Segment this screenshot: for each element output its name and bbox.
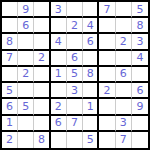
- cell-r8c9-empty[interactable]: [132, 116, 148, 132]
- cell-r4c7-empty[interactable]: [99, 51, 115, 67]
- cell-r8c4-given-6[interactable]: 6: [51, 116, 67, 132]
- cell-r8c6-empty[interactable]: [83, 116, 99, 132]
- cell-r3c2-empty[interactable]: [18, 34, 34, 50]
- cell-r9c4-empty[interactable]: [51, 132, 67, 148]
- cell-r3c8-given-2[interactable]: 2: [116, 34, 132, 50]
- cell-r9c1-given-2[interactable]: 2: [2, 132, 18, 148]
- cell-r7c2-given-5[interactable]: 5: [18, 99, 34, 115]
- cell-r1c3-empty[interactable]: [34, 2, 50, 18]
- cell-r4c5-given-6[interactable]: 6: [67, 51, 83, 67]
- cell-r2c4-empty[interactable]: [51, 18, 67, 34]
- cell-r2c8-empty[interactable]: [116, 18, 132, 34]
- cell-r7c1-given-6[interactable]: 6: [2, 99, 18, 115]
- cell-r6c4-empty[interactable]: [51, 83, 67, 99]
- cell-r9c3-given-8[interactable]: 8: [34, 132, 50, 148]
- cell-r3c1-given-8[interactable]: 8: [2, 34, 18, 50]
- cell-r2c9-given-8[interactable]: 8: [132, 18, 148, 34]
- cell-r5c7-empty[interactable]: [99, 67, 115, 83]
- cell-r7c7-empty[interactable]: [99, 99, 115, 115]
- cell-r5c5-given-5[interactable]: 5: [67, 67, 83, 83]
- cell-r2c2-given-6[interactable]: 6: [18, 18, 34, 34]
- cell-r6c3-empty[interactable]: [34, 83, 50, 99]
- cell-r9c8-given-7[interactable]: 7: [116, 132, 132, 148]
- cell-r1c4-given-3[interactable]: 3: [51, 2, 67, 18]
- cell-r7c4-given-2[interactable]: 2: [51, 99, 67, 115]
- cell-r7c3-empty[interactable]: [34, 99, 50, 115]
- cell-r1c6-empty[interactable]: [83, 2, 99, 18]
- cell-r3c3-empty[interactable]: [34, 34, 50, 50]
- cell-r2c1-empty[interactable]: [2, 18, 18, 34]
- cell-r1c5-empty[interactable]: [67, 2, 83, 18]
- cell-r3c4-given-4[interactable]: 4: [51, 34, 67, 50]
- cell-r9c5-empty[interactable]: [67, 132, 83, 148]
- cell-r1c2-given-9[interactable]: 9: [18, 2, 34, 18]
- cell-r8c8-given-3[interactable]: 3: [116, 116, 132, 132]
- cell-r7c6-given-1[interactable]: 1: [83, 99, 99, 115]
- cell-r2c7-empty[interactable]: [99, 18, 115, 34]
- cell-r6c6-empty[interactable]: [83, 83, 99, 99]
- cell-r6c1-given-5[interactable]: 5: [2, 83, 18, 99]
- cell-r7c5-empty[interactable]: [67, 99, 83, 115]
- cell-r8c5-given-7[interactable]: 7: [67, 116, 83, 132]
- sudoku-board: 937562488462372642158653266521916732857: [0, 0, 150, 150]
- cell-r2c5-given-2[interactable]: 2: [67, 18, 83, 34]
- cell-r1c8-empty[interactable]: [116, 2, 132, 18]
- cell-r4c2-empty[interactable]: [18, 51, 34, 67]
- cell-r5c9-empty[interactable]: [132, 67, 148, 83]
- cell-r8c3-empty[interactable]: [34, 116, 50, 132]
- cell-r5c8-given-6[interactable]: 6: [116, 67, 132, 83]
- cell-r7c8-empty[interactable]: [116, 99, 132, 115]
- cell-r4c6-empty[interactable]: [83, 51, 99, 67]
- cell-r9c2-empty[interactable]: [18, 132, 34, 148]
- cell-r4c3-given-2[interactable]: 2: [34, 51, 50, 67]
- cell-r3c9-given-3[interactable]: 3: [132, 34, 148, 50]
- cell-r4c4-empty[interactable]: [51, 51, 67, 67]
- cell-r3c7-empty[interactable]: [99, 34, 115, 50]
- cell-r8c1-given-1[interactable]: 1: [2, 116, 18, 132]
- cell-r5c1-empty[interactable]: [2, 67, 18, 83]
- cell-r6c2-empty[interactable]: [18, 83, 34, 99]
- cell-r4c9-given-4[interactable]: 4: [132, 51, 148, 67]
- cell-r1c9-given-5[interactable]: 5: [132, 2, 148, 18]
- cell-r1c7-given-7[interactable]: 7: [99, 2, 115, 18]
- cell-r9c6-given-5[interactable]: 5: [83, 132, 99, 148]
- cell-r9c7-empty[interactable]: [99, 132, 115, 148]
- cell-r5c3-empty[interactable]: [34, 67, 50, 83]
- cell-r7c9-given-9[interactable]: 9: [132, 99, 148, 115]
- cell-r5c4-given-1[interactable]: 1: [51, 67, 67, 83]
- cell-r6c9-given-6[interactable]: 6: [132, 83, 148, 99]
- cell-r6c8-empty[interactable]: [116, 83, 132, 99]
- cell-r3c5-empty[interactable]: [67, 34, 83, 50]
- cell-r2c3-empty[interactable]: [34, 18, 50, 34]
- cell-r4c8-empty[interactable]: [116, 51, 132, 67]
- cell-r1c1-empty[interactable]: [2, 2, 18, 18]
- cell-r6c7-given-2[interactable]: 2: [99, 83, 115, 99]
- cell-r2c6-given-4[interactable]: 4: [83, 18, 99, 34]
- cell-r4c1-given-7[interactable]: 7: [2, 51, 18, 67]
- cell-r8c2-empty[interactable]: [18, 116, 34, 132]
- cell-r8c7-empty[interactable]: [99, 116, 115, 132]
- cell-r3c6-given-6[interactable]: 6: [83, 34, 99, 50]
- cell-r6c5-given-3[interactable]: 3: [67, 83, 83, 99]
- cell-r9c9-empty[interactable]: [132, 132, 148, 148]
- cell-r5c6-given-8[interactable]: 8: [83, 67, 99, 83]
- cell-r5c2-given-2[interactable]: 2: [18, 67, 34, 83]
